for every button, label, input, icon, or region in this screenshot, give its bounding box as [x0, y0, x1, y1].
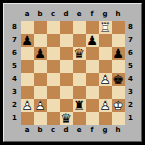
- rank-label-4: 4: [9, 73, 21, 86]
- white-piece-outline: ♙: [21, 99, 34, 112]
- rank-label-3: 3: [9, 86, 21, 99]
- square-f4[interactable]: [86, 73, 99, 86]
- square-b1[interactable]: [34, 112, 47, 125]
- square-b6[interactable]: ♟: [34, 47, 47, 60]
- piece-black-queen[interactable]: ♛: [60, 112, 73, 125]
- square-d4[interactable]: [60, 73, 73, 86]
- file-label-g: g: [99, 9, 112, 21]
- rank-labels-right: 87654321: [125, 21, 137, 125]
- square-d5[interactable]: [60, 60, 73, 73]
- square-g3[interactable]: [99, 86, 112, 99]
- square-h3[interactable]: [112, 86, 125, 99]
- piece-white-pawn[interactable]: ♟♙: [99, 99, 112, 112]
- square-a4[interactable]: [21, 73, 34, 86]
- square-c4[interactable]: [47, 73, 60, 86]
- file-label-a: a: [21, 125, 34, 137]
- rank-label-7: 7: [9, 34, 21, 47]
- white-piece-outline: ♙: [99, 99, 112, 112]
- square-d2[interactable]: [60, 99, 73, 112]
- square-d7[interactable]: [60, 34, 73, 47]
- square-b2[interactable]: ♟♙: [34, 99, 47, 112]
- square-c3[interactable]: [47, 86, 60, 99]
- square-f8[interactable]: [86, 21, 99, 34]
- file-label-h: h: [112, 125, 125, 137]
- square-a8[interactable]: [21, 21, 34, 34]
- rank-label-2: 2: [125, 99, 137, 112]
- chess-board: ♜♖♟♟♟♛♟♟♙♚♟♙♟♙♜♟♙♚♔♛: [21, 21, 125, 125]
- square-f2[interactable]: [86, 99, 99, 112]
- file-labels-bottom: abcdefgh: [21, 125, 125, 137]
- rank-label-2: 2: [9, 99, 21, 112]
- square-a7[interactable]: ♟: [21, 34, 34, 47]
- file-label-e: e: [73, 125, 86, 137]
- rank-label-5: 5: [9, 60, 21, 73]
- square-e5[interactable]: [73, 60, 86, 73]
- square-b8[interactable]: [34, 21, 47, 34]
- square-a6[interactable]: [21, 47, 34, 60]
- square-e3[interactable]: [73, 86, 86, 99]
- piece-black-pawn[interactable]: ♟: [34, 47, 47, 60]
- file-label-d: d: [60, 9, 73, 21]
- square-c5[interactable]: [47, 60, 60, 73]
- square-c6[interactable]: [47, 47, 60, 60]
- file-labels-top: abcdefgh: [21, 9, 125, 21]
- square-c2[interactable]: [47, 99, 60, 112]
- square-h2[interactable]: ♚♔: [112, 99, 125, 112]
- piece-black-pawn[interactable]: ♟: [86, 34, 99, 47]
- square-f3[interactable]: [86, 86, 99, 99]
- rank-label-1: 1: [125, 112, 137, 125]
- square-b5[interactable]: [34, 60, 47, 73]
- file-label-g: g: [99, 125, 112, 137]
- file-label-d: d: [60, 125, 73, 137]
- piece-black-pawn[interactable]: ♟: [112, 47, 125, 60]
- square-c8[interactable]: [47, 21, 60, 34]
- piece-black-king[interactable]: ♚: [112, 73, 125, 86]
- square-h5[interactable]: [112, 60, 125, 73]
- file-label-e: e: [73, 9, 86, 21]
- square-e2[interactable]: ♜: [73, 99, 86, 112]
- rank-labels-left: 87654321: [9, 21, 21, 125]
- square-e4[interactable]: [73, 73, 86, 86]
- piece-white-pawn[interactable]: ♟♙: [21, 99, 34, 112]
- square-g2[interactable]: ♟♙: [99, 99, 112, 112]
- square-b4[interactable]: [34, 73, 47, 86]
- square-b7[interactable]: [34, 34, 47, 47]
- square-f5[interactable]: [86, 60, 99, 73]
- rank-label-6: 6: [125, 47, 137, 60]
- square-g1[interactable]: [99, 112, 112, 125]
- square-a5[interactable]: [21, 60, 34, 73]
- square-h4[interactable]: ♚: [112, 73, 125, 86]
- white-piece-outline: ♔: [112, 99, 125, 112]
- piece-black-rook[interactable]: ♜: [73, 99, 86, 112]
- piece-white-rook[interactable]: ♜♖: [99, 21, 112, 34]
- board-area: abcdefgh abcdefgh 87654321 87654321 ♜♖♟♟…: [9, 9, 137, 137]
- rank-label-3: 3: [125, 86, 137, 99]
- square-h6[interactable]: ♟: [112, 47, 125, 60]
- file-label-b: b: [34, 125, 47, 137]
- piece-white-pawn[interactable]: ♟♙: [34, 99, 47, 112]
- square-c7[interactable]: [47, 34, 60, 47]
- square-e7[interactable]: [73, 34, 86, 47]
- square-d1[interactable]: ♛: [60, 112, 73, 125]
- square-f7[interactable]: ♟: [86, 34, 99, 47]
- square-a2[interactable]: ♟♙: [21, 99, 34, 112]
- square-f1[interactable]: [86, 112, 99, 125]
- square-d3[interactable]: [60, 86, 73, 99]
- square-g5[interactable]: [99, 60, 112, 73]
- square-a3[interactable]: [21, 86, 34, 99]
- rank-label-4: 4: [125, 73, 137, 86]
- piece-black-pawn[interactable]: ♟: [21, 34, 34, 47]
- square-h8[interactable]: [112, 21, 125, 34]
- rank-label-5: 5: [125, 60, 137, 73]
- file-label-a: a: [21, 9, 34, 21]
- rank-label-8: 8: [9, 21, 21, 34]
- square-a1[interactable]: [21, 112, 34, 125]
- square-b3[interactable]: [34, 86, 47, 99]
- square-h7[interactable]: [112, 34, 125, 47]
- board-frame: abcdefgh abcdefgh 87654321 87654321 ♜♖♟♟…: [3, 3, 142, 142]
- piece-black-queen[interactable]: ♛: [73, 47, 86, 60]
- rank-label-7: 7: [125, 34, 137, 47]
- piece-white-king[interactable]: ♚♔: [112, 99, 125, 112]
- chess-diagram: abcdefgh abcdefgh 87654321 87654321 ♜♖♟♟…: [0, 0, 145, 145]
- square-g6[interactable]: [99, 47, 112, 60]
- square-h1[interactable]: [112, 112, 125, 125]
- square-e1[interactable]: [73, 112, 86, 125]
- file-label-h: h: [112, 9, 125, 21]
- white-piece-outline: ♙: [99, 73, 112, 86]
- rank-label-8: 8: [125, 21, 137, 34]
- square-d8[interactable]: [60, 21, 73, 34]
- white-piece-outline: ♙: [34, 99, 47, 112]
- file-label-b: b: [34, 9, 47, 21]
- file-label-c: c: [47, 125, 60, 137]
- file-label-c: c: [47, 9, 60, 21]
- square-d6[interactable]: [60, 47, 73, 60]
- square-f6[interactable]: [86, 47, 99, 60]
- white-piece-outline: ♖: [99, 21, 112, 34]
- square-e6[interactable]: ♛: [73, 47, 86, 60]
- piece-white-pawn[interactable]: ♟♙: [99, 73, 112, 86]
- square-g4[interactable]: ♟♙: [99, 73, 112, 86]
- square-g8[interactable]: ♜♖: [99, 21, 112, 34]
- square-g7[interactable]: [99, 34, 112, 47]
- file-label-f: f: [86, 9, 99, 21]
- file-label-f: f: [86, 125, 99, 137]
- rank-label-1: 1: [9, 112, 21, 125]
- rank-label-6: 6: [9, 47, 21, 60]
- square-c1[interactable]: [47, 112, 60, 125]
- square-e8[interactable]: [73, 21, 86, 34]
